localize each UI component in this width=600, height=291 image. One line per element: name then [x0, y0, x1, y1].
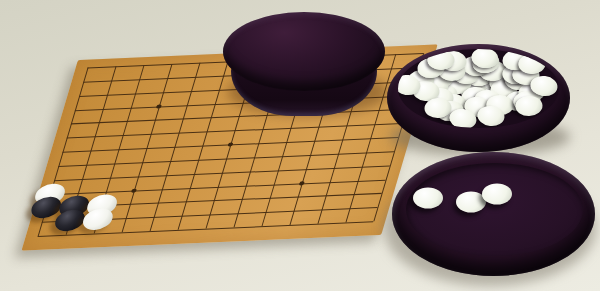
closed-stone-bowl[interactable]	[223, 12, 385, 116]
white-stones-bowl[interactable]	[387, 44, 570, 152]
white-stone[interactable]	[80, 208, 115, 231]
lid-white-stone[interactable]	[413, 187, 443, 208]
stones-lid-tray[interactable]	[392, 152, 595, 276]
bowl-white-stone[interactable]	[516, 96, 544, 117]
go-set-scene	[0, 0, 600, 291]
lid-tray-floor	[406, 163, 583, 256]
star-point	[227, 142, 233, 146]
star-point	[299, 181, 305, 185]
lid-white-stone[interactable]	[482, 183, 512, 204]
closed-bowl-lid[interactable]	[223, 12, 385, 91]
star-point	[156, 104, 162, 108]
star-point	[131, 188, 137, 192]
white-bowl-well	[398, 49, 559, 128]
